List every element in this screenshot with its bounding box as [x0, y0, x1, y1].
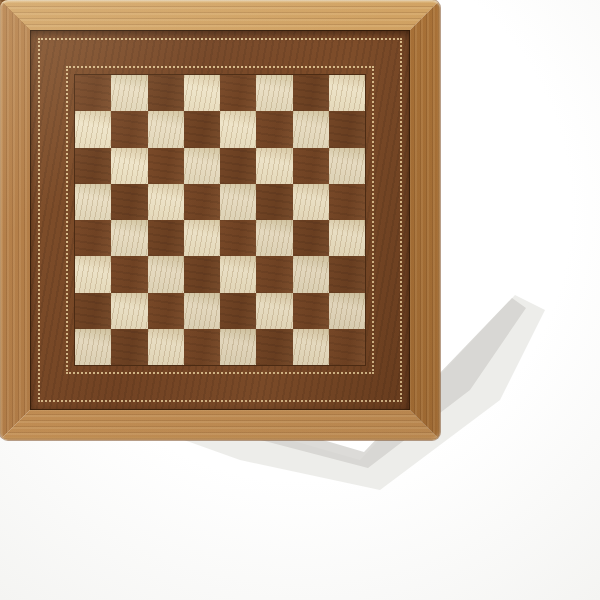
square-d2 [184, 293, 220, 329]
square-d1 [184, 329, 220, 365]
square-h5 [329, 184, 365, 220]
square-a4 [75, 220, 111, 256]
square-b7 [111, 111, 147, 147]
square-b2 [111, 293, 147, 329]
square-e1 [220, 329, 256, 365]
square-d3 [184, 256, 220, 292]
square-a5 [75, 184, 111, 220]
square-b8 [111, 75, 147, 111]
square-g8 [293, 75, 329, 111]
square-e3 [220, 256, 256, 292]
square-g6 [293, 148, 329, 184]
square-h7 [329, 111, 365, 147]
square-g2 [293, 293, 329, 329]
square-a8 [75, 75, 111, 111]
square-g3 [293, 256, 329, 292]
square-d5 [184, 184, 220, 220]
square-b1 [111, 329, 147, 365]
square-f7 [256, 111, 292, 147]
square-h3 [329, 256, 365, 292]
square-h8 [329, 75, 365, 111]
square-f4 [256, 220, 292, 256]
square-a7 [75, 111, 111, 147]
square-b4 [111, 220, 147, 256]
product-photo [0, 0, 600, 600]
square-h6 [329, 148, 365, 184]
square-g5 [293, 184, 329, 220]
square-e4 [220, 220, 256, 256]
square-h1 [329, 329, 365, 365]
square-d7 [184, 111, 220, 147]
square-f1 [256, 329, 292, 365]
square-h2 [329, 293, 365, 329]
square-g4 [293, 220, 329, 256]
square-c2 [148, 293, 184, 329]
square-d4 [184, 220, 220, 256]
square-c5 [148, 184, 184, 220]
square-b5 [111, 184, 147, 220]
square-a6 [75, 148, 111, 184]
square-d8 [184, 75, 220, 111]
square-f5 [256, 184, 292, 220]
square-e2 [220, 293, 256, 329]
square-b6 [111, 148, 147, 184]
square-b3 [111, 256, 147, 292]
square-g1 [293, 329, 329, 365]
chess-box-lid [0, 0, 440, 440]
square-c6 [148, 148, 184, 184]
square-c3 [148, 256, 184, 292]
square-f2 [256, 293, 292, 329]
square-c7 [148, 111, 184, 147]
square-e7 [220, 111, 256, 147]
square-a3 [75, 256, 111, 292]
square-a2 [75, 293, 111, 329]
square-e6 [220, 148, 256, 184]
square-c4 [148, 220, 184, 256]
square-f3 [256, 256, 292, 292]
square-d6 [184, 148, 220, 184]
square-h4 [329, 220, 365, 256]
chessboard [75, 75, 365, 365]
square-e8 [220, 75, 256, 111]
square-c8 [148, 75, 184, 111]
square-a1 [75, 329, 111, 365]
square-f6 [256, 148, 292, 184]
square-c1 [148, 329, 184, 365]
square-g7 [293, 111, 329, 147]
square-e5 [220, 184, 256, 220]
square-f8 [256, 75, 292, 111]
